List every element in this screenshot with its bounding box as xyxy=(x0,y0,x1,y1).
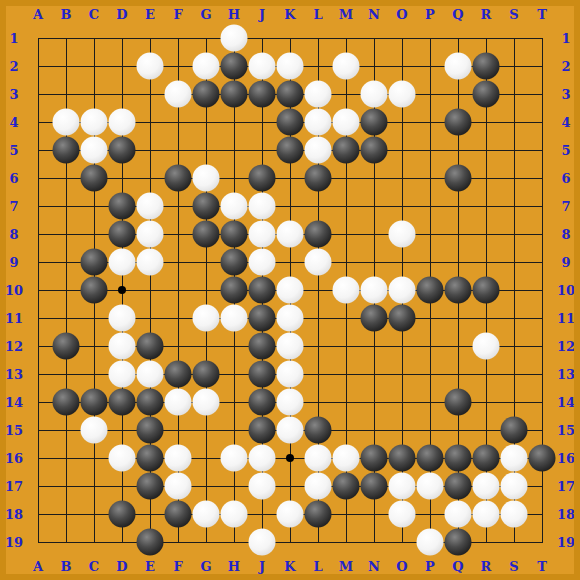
stone-white-S16[interactable] xyxy=(501,445,528,472)
row-label-left-10: 10 xyxy=(5,284,23,297)
row-label-left-13: 13 xyxy=(5,368,23,381)
col-label-bottom-A: A xyxy=(33,560,43,573)
stone-black-N11[interactable] xyxy=(361,305,388,332)
stone-black-L15[interactable] xyxy=(305,417,332,444)
stone-white-M16[interactable] xyxy=(333,445,360,472)
stone-black-M17[interactable] xyxy=(333,473,360,500)
stone-black-L8[interactable] xyxy=(305,221,332,248)
row-label-right-4: 4 xyxy=(561,116,570,129)
stone-black-C14[interactable] xyxy=(81,389,108,416)
stone-black-D5[interactable] xyxy=(109,137,136,164)
row-label-left-1: 1 xyxy=(9,32,18,45)
stone-white-C15[interactable] xyxy=(81,417,108,444)
stone-black-H9[interactable] xyxy=(221,249,248,276)
row-label-right-8: 8 xyxy=(561,228,570,241)
stone-white-K8[interactable] xyxy=(277,221,304,248)
stone-black-C10[interactable] xyxy=(81,277,108,304)
stone-black-N17[interactable] xyxy=(361,473,388,500)
stone-black-H8[interactable] xyxy=(221,221,248,248)
row-label-right-7: 7 xyxy=(561,200,570,213)
stone-white-F3[interactable] xyxy=(165,81,192,108)
col-label-bottom-F: F xyxy=(173,560,182,573)
stone-black-J6[interactable] xyxy=(249,165,276,192)
stone-white-H11[interactable] xyxy=(221,305,248,332)
col-label-top-J: J xyxy=(259,8,265,21)
row-label-right-13: 13 xyxy=(557,368,575,381)
stone-black-T16[interactable] xyxy=(529,445,556,472)
stone-white-J2[interactable] xyxy=(249,53,276,80)
col-label-top-G: G xyxy=(200,8,211,21)
col-label-top-P: P xyxy=(425,8,435,21)
stone-black-E15[interactable] xyxy=(137,417,164,444)
row-label-left-8: 8 xyxy=(9,228,18,241)
stone-white-P17[interactable] xyxy=(417,473,444,500)
stone-black-J10[interactable] xyxy=(249,277,276,304)
stone-black-Q10[interactable] xyxy=(445,277,472,304)
stone-white-K11[interactable] xyxy=(277,305,304,332)
stone-black-H3[interactable] xyxy=(221,81,248,108)
col-label-top-R: R xyxy=(481,8,492,21)
stone-white-S18[interactable] xyxy=(501,501,528,528)
stone-black-J14[interactable] xyxy=(249,389,276,416)
stone-white-M2[interactable] xyxy=(333,53,360,80)
stone-black-D7[interactable] xyxy=(109,193,136,220)
stone-white-M10[interactable] xyxy=(333,277,360,304)
col-label-top-C: C xyxy=(89,8,99,21)
stone-white-Q18[interactable] xyxy=(445,501,472,528)
row-label-left-14: 14 xyxy=(5,396,23,409)
stone-black-K5[interactable] xyxy=(277,137,304,164)
row-label-left-11: 11 xyxy=(5,312,23,325)
stone-white-K15[interactable] xyxy=(277,417,304,444)
stone-white-J19[interactable] xyxy=(249,529,276,556)
col-label-bottom-R: R xyxy=(481,560,492,573)
col-label-bottom-C: C xyxy=(89,560,99,573)
stone-white-H1[interactable] xyxy=(221,25,248,52)
stone-white-C5[interactable] xyxy=(81,137,108,164)
stone-black-L6[interactable] xyxy=(305,165,332,192)
col-label-top-E: E xyxy=(145,8,155,21)
col-label-top-H: H xyxy=(228,8,240,21)
stone-black-F6[interactable] xyxy=(165,165,192,192)
col-label-top-K: K xyxy=(284,8,295,21)
stone-black-E12[interactable] xyxy=(137,333,164,360)
stone-black-L18[interactable] xyxy=(305,501,332,528)
stone-black-C9[interactable] xyxy=(81,249,108,276)
stone-black-B5[interactable] xyxy=(53,137,80,164)
stone-white-R12[interactable] xyxy=(473,333,500,360)
stone-white-H16[interactable] xyxy=(221,445,248,472)
col-label-bottom-K: K xyxy=(284,560,295,573)
row-label-right-2: 2 xyxy=(561,60,570,73)
stone-white-O10[interactable] xyxy=(389,277,416,304)
col-label-bottom-M: M xyxy=(339,560,353,573)
stone-white-O18[interactable] xyxy=(389,501,416,528)
stone-white-K13[interactable] xyxy=(277,361,304,388)
stone-white-K2[interactable] xyxy=(277,53,304,80)
stone-black-P16[interactable] xyxy=(417,445,444,472)
stone-black-B14[interactable] xyxy=(53,389,80,416)
col-label-top-A: A xyxy=(33,8,43,21)
col-label-bottom-E: E xyxy=(145,560,155,573)
stone-black-N4[interactable] xyxy=(361,109,388,136)
stone-black-Q4[interactable] xyxy=(445,109,472,136)
stone-black-E14[interactable] xyxy=(137,389,164,416)
star-point-D10 xyxy=(118,286,126,294)
col-label-top-Q: Q xyxy=(452,8,463,21)
col-label-bottom-H: H xyxy=(228,560,240,573)
row-label-left-4: 4 xyxy=(9,116,18,129)
stone-black-D8[interactable] xyxy=(109,221,136,248)
stone-white-D11[interactable] xyxy=(109,305,136,332)
stone-black-J15[interactable] xyxy=(249,417,276,444)
stone-white-Q2[interactable] xyxy=(445,53,472,80)
col-label-top-F: F xyxy=(173,8,182,21)
row-label-right-10: 10 xyxy=(557,284,575,297)
stone-white-E7[interactable] xyxy=(137,193,164,220)
stone-black-F13[interactable] xyxy=(165,361,192,388)
stone-white-K10[interactable] xyxy=(277,277,304,304)
row-label-right-19: 19 xyxy=(557,536,575,549)
row-label-left-7: 7 xyxy=(9,200,18,213)
stone-white-G2[interactable] xyxy=(193,53,220,80)
stone-black-R16[interactable] xyxy=(473,445,500,472)
stone-black-G8[interactable] xyxy=(193,221,220,248)
col-label-bottom-G: G xyxy=(200,560,211,573)
row-label-right-9: 9 xyxy=(561,256,570,269)
row-label-left-6: 6 xyxy=(9,172,18,185)
stone-black-J12[interactable] xyxy=(249,333,276,360)
stone-black-J13[interactable] xyxy=(249,361,276,388)
stone-black-Q6[interactable] xyxy=(445,165,472,192)
stone-black-F18[interactable] xyxy=(165,501,192,528)
stone-white-D13[interactable] xyxy=(109,361,136,388)
stone-white-S17[interactable] xyxy=(501,473,528,500)
stone-white-R18[interactable] xyxy=(473,501,500,528)
stone-black-E17[interactable] xyxy=(137,473,164,500)
stone-black-G3[interactable] xyxy=(193,81,220,108)
star-point-K16 xyxy=(286,454,294,462)
row-label-right-14: 14 xyxy=(557,396,575,409)
row-label-right-15: 15 xyxy=(557,424,575,437)
stone-black-R2[interactable] xyxy=(473,53,500,80)
stone-white-F14[interactable] xyxy=(165,389,192,416)
stone-black-D14[interactable] xyxy=(109,389,136,416)
stone-white-G18[interactable] xyxy=(193,501,220,528)
stone-white-N10[interactable] xyxy=(361,277,388,304)
row-label-right-5: 5 xyxy=(561,144,570,157)
row-label-left-16: 16 xyxy=(5,452,23,465)
stone-black-O16[interactable] xyxy=(389,445,416,472)
stone-black-J11[interactable] xyxy=(249,305,276,332)
stone-white-L17[interactable] xyxy=(305,473,332,500)
stone-white-D4[interactable] xyxy=(109,109,136,136)
col-label-bottom-N: N xyxy=(368,560,380,573)
row-label-left-15: 15 xyxy=(5,424,23,437)
row-label-left-2: 2 xyxy=(9,60,18,73)
stone-white-F17[interactable] xyxy=(165,473,192,500)
stone-black-R10[interactable] xyxy=(473,277,500,304)
stone-white-L5[interactable] xyxy=(305,137,332,164)
stone-black-N16[interactable] xyxy=(361,445,388,472)
col-label-bottom-J: J xyxy=(259,560,265,573)
col-label-bottom-B: B xyxy=(61,560,72,573)
col-label-top-O: O xyxy=(396,8,407,21)
stone-white-O8[interactable] xyxy=(389,221,416,248)
stone-white-E13[interactable] xyxy=(137,361,164,388)
stone-white-L3[interactable] xyxy=(305,81,332,108)
stone-black-G7[interactable] xyxy=(193,193,220,220)
stone-black-Q16[interactable] xyxy=(445,445,472,472)
stone-black-E16[interactable] xyxy=(137,445,164,472)
stone-white-L4[interactable] xyxy=(305,109,332,136)
row-label-left-18: 18 xyxy=(5,508,23,521)
stone-black-Q17[interactable] xyxy=(445,473,472,500)
stone-black-Q19[interactable] xyxy=(445,529,472,556)
stone-white-N3[interactable] xyxy=(361,81,388,108)
col-label-bottom-D: D xyxy=(116,560,127,573)
stone-white-H18[interactable] xyxy=(221,501,248,528)
row-label-right-12: 12 xyxy=(557,340,575,353)
stone-black-M5[interactable] xyxy=(333,137,360,164)
col-label-bottom-S: S xyxy=(509,560,518,573)
col-label-top-N: N xyxy=(368,8,380,21)
stone-white-M4[interactable] xyxy=(333,109,360,136)
stone-black-J3[interactable] xyxy=(249,81,276,108)
col-label-top-B: B xyxy=(61,8,72,21)
stone-white-J17[interactable] xyxy=(249,473,276,500)
stone-black-H2[interactable] xyxy=(221,53,248,80)
stone-black-C6[interactable] xyxy=(81,165,108,192)
row-label-left-17: 17 xyxy=(5,480,23,493)
row-label-left-3: 3 xyxy=(9,88,18,101)
stone-white-E2[interactable] xyxy=(137,53,164,80)
stone-white-C4[interactable] xyxy=(81,109,108,136)
stone-black-D18[interactable] xyxy=(109,501,136,528)
stone-black-H10[interactable] xyxy=(221,277,248,304)
row-label-right-1: 1 xyxy=(561,32,570,45)
col-label-bottom-T: T xyxy=(537,560,547,573)
stone-white-J7[interactable] xyxy=(249,193,276,220)
stone-black-B12[interactable] xyxy=(53,333,80,360)
stone-black-K4[interactable] xyxy=(277,109,304,136)
row-label-right-16: 16 xyxy=(557,452,575,465)
row-label-right-3: 3 xyxy=(561,88,570,101)
col-label-bottom-O: O xyxy=(396,560,407,573)
col-label-top-D: D xyxy=(116,8,127,21)
stone-white-G11[interactable] xyxy=(193,305,220,332)
stone-white-D12[interactable] xyxy=(109,333,136,360)
stone-white-G6[interactable] xyxy=(193,165,220,192)
stone-white-L9[interactable] xyxy=(305,249,332,276)
stone-white-K14[interactable] xyxy=(277,389,304,416)
stone-white-O3[interactable] xyxy=(389,81,416,108)
col-label-top-L: L xyxy=(313,8,322,21)
stone-white-E9[interactable] xyxy=(137,249,164,276)
col-label-bottom-L: L xyxy=(313,560,322,573)
stone-white-F16[interactable] xyxy=(165,445,192,472)
row-label-left-19: 19 xyxy=(5,536,23,549)
row-label-left-9: 9 xyxy=(9,256,18,269)
col-label-top-S: S xyxy=(509,8,518,21)
stone-black-S15[interactable] xyxy=(501,417,528,444)
stone-black-O11[interactable] xyxy=(389,305,416,332)
row-label-right-6: 6 xyxy=(561,172,570,185)
stone-white-K18[interactable] xyxy=(277,501,304,528)
stone-black-Q14[interactable] xyxy=(445,389,472,416)
stone-black-K3[interactable] xyxy=(277,81,304,108)
stone-white-R17[interactable] xyxy=(473,473,500,500)
stone-white-G14[interactable] xyxy=(193,389,220,416)
stone-white-E8[interactable] xyxy=(137,221,164,248)
stone-white-D16[interactable] xyxy=(109,445,136,472)
stone-white-P19[interactable] xyxy=(417,529,444,556)
row-label-right-11: 11 xyxy=(557,312,575,325)
stone-black-R3[interactable] xyxy=(473,81,500,108)
stone-white-O17[interactable] xyxy=(389,473,416,500)
stone-white-H7[interactable] xyxy=(221,193,248,220)
stone-white-L16[interactable] xyxy=(305,445,332,472)
stone-white-J16[interactable] xyxy=(249,445,276,472)
stone-black-P10[interactable] xyxy=(417,277,444,304)
stone-white-J8[interactable] xyxy=(249,221,276,248)
col-label-top-M: M xyxy=(339,8,353,21)
row-label-left-12: 12 xyxy=(5,340,23,353)
stone-white-B4[interactable] xyxy=(53,109,80,136)
col-label-top-T: T xyxy=(537,8,547,21)
col-label-bottom-Q: Q xyxy=(452,560,463,573)
stone-black-N5[interactable] xyxy=(361,137,388,164)
row-label-right-17: 17 xyxy=(557,480,575,493)
stone-black-G13[interactable] xyxy=(193,361,220,388)
stone-white-D9[interactable] xyxy=(109,249,136,276)
go-board[interactable]: AABBCCDDEEFFGGHHJJKKLLMMNNOOPPQQRRSSTT11… xyxy=(0,0,580,580)
stone-white-K12[interactable] xyxy=(277,333,304,360)
stone-white-J9[interactable] xyxy=(249,249,276,276)
stone-black-E19[interactable] xyxy=(137,529,164,556)
row-label-left-5: 5 xyxy=(9,144,18,157)
row-label-right-18: 18 xyxy=(557,508,575,521)
col-label-bottom-P: P xyxy=(425,560,435,573)
